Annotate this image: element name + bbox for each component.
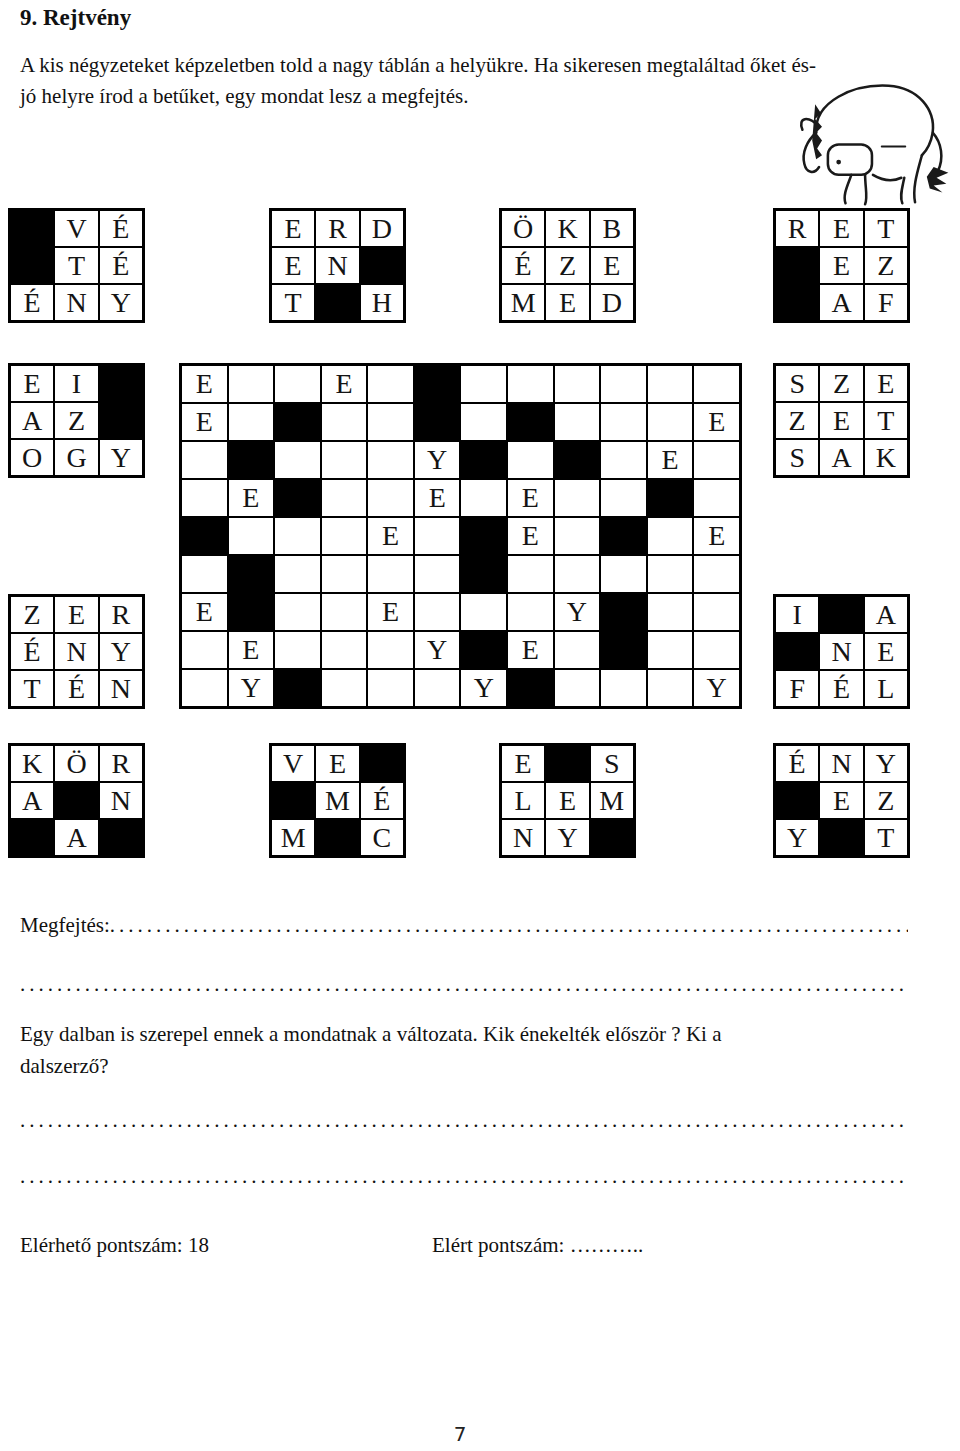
empty-cell (555, 670, 600, 706)
black-cell (591, 820, 633, 855)
empty-cell (648, 556, 693, 592)
letter-cell: R (100, 746, 142, 781)
black-cell (415, 404, 460, 440)
empty-cell (275, 518, 320, 554)
empty-cell (461, 366, 506, 402)
empty-cell (508, 366, 553, 402)
letter-cell: É (55, 671, 97, 706)
letter-cell: F (776, 671, 818, 706)
letter-cell: T (55, 248, 97, 283)
score-row: Elérhető pontszám: 18 Elért pontszám: ……… (20, 1233, 940, 1258)
letter-cell: T (865, 211, 907, 246)
empty-cell (461, 594, 506, 630)
letter-cell: Z (865, 783, 907, 818)
black-cell (601, 632, 646, 668)
letter-cell: A (11, 403, 53, 438)
black-cell (601, 518, 646, 554)
black-cell (555, 442, 600, 478)
empty-cell (694, 594, 739, 630)
letter-cell: S (591, 746, 633, 781)
piece-grid-2: ERDENTH (269, 208, 406, 323)
empty-cell (322, 556, 367, 592)
letter-cell: N (55, 634, 97, 669)
letter-cell: É (820, 671, 862, 706)
letter-cell: E (229, 632, 274, 668)
piece-grid-1: VÉTÉÉNY (8, 208, 145, 323)
empty-cell (322, 480, 367, 516)
letter-cell: N (100, 783, 142, 818)
letter-cell: Y (865, 746, 907, 781)
letter-cell: N (502, 820, 544, 855)
letter-cell: E (546, 783, 588, 818)
letter-cell: D (591, 285, 633, 320)
letter-cell: T (11, 671, 53, 706)
letter-cell: A (865, 597, 907, 632)
achieved-score-label: Elért pontszám: (432, 1233, 564, 1257)
empty-cell (694, 442, 739, 478)
letter-cell: T (865, 403, 907, 438)
empty-cell (648, 404, 693, 440)
letter-cell: Y (229, 670, 274, 706)
black-cell (415, 366, 460, 402)
solution-dotted-line-2: ........................................… (20, 972, 908, 997)
black-cell (508, 404, 553, 440)
letter-cell: N (100, 671, 142, 706)
piece-grid-8: IANEFÉL (773, 594, 910, 709)
letter-cell: T (272, 285, 314, 320)
letter-cell: O (11, 440, 53, 475)
letter-cell: A (820, 440, 862, 475)
question-line1: Egy dalban is szerepel ennek a mondatnak… (20, 1018, 920, 1050)
solution-dotted-line: ........................................… (110, 913, 908, 938)
letter-cell: L (502, 783, 544, 818)
black-cell (776, 248, 818, 283)
letter-cell: E (820, 403, 862, 438)
piece-grid-11: ESLEMNY (499, 743, 636, 858)
empty-cell (368, 404, 413, 440)
letter-cell: R (776, 211, 818, 246)
piece-grid-4: RETEZAF (773, 208, 910, 323)
empty-cell (322, 442, 367, 478)
question-text: Egy dalban is szerepel ennek a mondatnak… (20, 1018, 920, 1082)
black-cell (275, 670, 320, 706)
letter-cell: L (865, 671, 907, 706)
letter-cell: É (100, 211, 142, 246)
letter-cell: Z (546, 248, 588, 283)
letter-cell: E (546, 285, 588, 320)
letter-cell: A (11, 783, 53, 818)
empty-cell (415, 594, 460, 630)
piece-grid-10: VEMÉMC (269, 743, 406, 858)
empty-cell (415, 670, 460, 706)
letter-cell: Y (100, 440, 142, 475)
letter-cell: Y (100, 285, 142, 320)
letter-cell: V (272, 746, 314, 781)
letter-cell: E (322, 366, 367, 402)
piece-grid-3: ÖKBÉZEMED (499, 208, 636, 323)
letter-cell: H (361, 285, 403, 320)
letter-cell: Y (694, 670, 739, 706)
letter-cell: Y (555, 594, 600, 630)
empty-cell (275, 442, 320, 478)
black-cell (100, 403, 142, 438)
letter-cell: M (591, 783, 633, 818)
empty-cell (555, 556, 600, 592)
letter-cell: K (865, 440, 907, 475)
piece-grid-12: ÉNYEZYT (773, 743, 910, 858)
letter-cell: E (502, 746, 544, 781)
black-cell (275, 480, 320, 516)
empty-cell (182, 632, 227, 668)
empty-cell (322, 518, 367, 554)
letter-cell: Y (100, 634, 142, 669)
black-cell (776, 634, 818, 669)
empty-cell (275, 594, 320, 630)
empty-cell (368, 556, 413, 592)
black-cell (461, 442, 506, 478)
letter-cell: R (316, 211, 358, 246)
letter-cell: E (368, 594, 413, 630)
letter-cell: Y (415, 632, 460, 668)
letter-cell: Y (546, 820, 588, 855)
letter-cell: N (820, 746, 862, 781)
letter-cell: N (820, 634, 862, 669)
empty-cell (368, 480, 413, 516)
black-cell (776, 783, 818, 818)
letter-cell: É (361, 783, 403, 818)
empty-cell (648, 670, 693, 706)
empty-cell (648, 632, 693, 668)
letter-cell: E (11, 366, 53, 401)
black-cell (461, 556, 506, 592)
black-cell (100, 820, 142, 855)
letter-cell: E (272, 248, 314, 283)
letter-cell: E (508, 480, 553, 516)
letter-cell: É (776, 746, 818, 781)
letter-cell: E (272, 211, 314, 246)
black-cell (361, 248, 403, 283)
letter-cell: Y (776, 820, 818, 855)
eeyore-illustration (786, 72, 954, 214)
black-cell (11, 211, 53, 246)
black-cell (229, 594, 274, 630)
empty-cell (461, 404, 506, 440)
letter-cell: E (820, 248, 862, 283)
black-cell (776, 285, 818, 320)
empty-cell (648, 366, 693, 402)
empty-cell (415, 518, 460, 554)
answer-dotted-line-2: ........................................… (20, 1164, 908, 1189)
empty-cell (601, 556, 646, 592)
empty-cell (508, 594, 553, 630)
empty-cell (275, 366, 320, 402)
letter-cell: Z (55, 403, 97, 438)
letter-cell: Y (415, 442, 460, 478)
empty-cell (694, 632, 739, 668)
empty-cell (555, 480, 600, 516)
empty-cell (182, 480, 227, 516)
black-cell (601, 594, 646, 630)
letter-cell: E (648, 442, 693, 478)
black-cell (461, 632, 506, 668)
black-cell (272, 783, 314, 818)
letter-cell: Ö (502, 211, 544, 246)
letter-cell: C (361, 820, 403, 855)
letter-cell: E (508, 518, 553, 554)
letter-cell: T (865, 820, 907, 855)
empty-cell (229, 404, 274, 440)
black-cell (820, 597, 862, 632)
max-score-label: Elérhető pontszám: (20, 1233, 183, 1257)
black-cell (316, 820, 358, 855)
letter-cell: M (502, 285, 544, 320)
empty-cell (182, 442, 227, 478)
letter-cell: Z (865, 248, 907, 283)
question-line2: dalszerző? (20, 1050, 920, 1082)
letter-cell: É (502, 248, 544, 283)
letter-cell: E (229, 480, 274, 516)
empty-cell (322, 594, 367, 630)
solution-line: Megfejtés:..............................… (20, 913, 908, 938)
letter-cell: M (316, 783, 358, 818)
empty-cell (601, 670, 646, 706)
empty-cell (368, 442, 413, 478)
empty-cell (322, 632, 367, 668)
empty-cell (368, 366, 413, 402)
empty-cell (508, 442, 553, 478)
empty-cell (648, 518, 693, 554)
letter-cell: F (865, 285, 907, 320)
empty-cell (275, 556, 320, 592)
letter-cell: Z (11, 597, 53, 632)
empty-cell (694, 366, 739, 402)
empty-cell (601, 366, 646, 402)
empty-cell (368, 632, 413, 668)
black-cell (229, 556, 274, 592)
letter-cell: I (55, 366, 97, 401)
letter-cell: R (100, 597, 142, 632)
empty-cell (555, 518, 600, 554)
letter-cell: E (55, 597, 97, 632)
black-cell (648, 480, 693, 516)
letter-cell: K (11, 746, 53, 781)
letter-cell: E (820, 211, 862, 246)
letter-cell: E (820, 783, 862, 818)
empty-cell (368, 670, 413, 706)
empty-cell (555, 632, 600, 668)
empty-cell (601, 480, 646, 516)
piece-grid-6: SZEZETSAK (773, 363, 910, 478)
empty-cell (694, 556, 739, 592)
letter-cell: A (55, 820, 97, 855)
empty-cell (182, 670, 227, 706)
letter-cell: E (694, 518, 739, 554)
letter-cell: S (776, 366, 818, 401)
black-cell (275, 404, 320, 440)
letter-cell: É (11, 634, 53, 669)
letter-cell: M (272, 820, 314, 855)
letter-cell: N (316, 248, 358, 283)
letter-cell: B (591, 211, 633, 246)
page-number: 7 (0, 1422, 920, 1446)
black-cell (11, 248, 53, 283)
letter-cell: D (361, 211, 403, 246)
letter-cell: V (55, 211, 97, 246)
black-cell (508, 670, 553, 706)
empty-cell (461, 480, 506, 516)
piece-grid-9: KÖRANA (8, 743, 145, 858)
empty-cell (694, 480, 739, 516)
letter-cell: E (182, 404, 227, 440)
letter-cell: E (865, 634, 907, 669)
answer-dotted-line-1: ........................................… (20, 1108, 908, 1133)
letter-cell: E (865, 366, 907, 401)
empty-cell (275, 632, 320, 668)
black-cell (100, 366, 142, 401)
max-score-value: 18 (188, 1233, 209, 1257)
page-title: 9. Rejtvény (20, 5, 131, 31)
empty-cell (601, 404, 646, 440)
letter-cell: E (694, 404, 739, 440)
letter-cell: É (11, 285, 53, 320)
letter-cell: Z (820, 366, 862, 401)
empty-cell (229, 518, 274, 554)
letter-cell: A (820, 285, 862, 320)
letter-cell: Ö (55, 746, 97, 781)
letter-cell: E (182, 366, 227, 402)
letter-cell: K (546, 211, 588, 246)
empty-cell (508, 556, 553, 592)
empty-cell (601, 442, 646, 478)
empty-cell (182, 556, 227, 592)
empty-cell (555, 404, 600, 440)
piece-grid-7: ZERÉNYTÉN (8, 594, 145, 709)
letter-cell: E (182, 594, 227, 630)
achieved-score-dots: ……….. (570, 1233, 644, 1257)
letter-cell: S (776, 440, 818, 475)
worksheet-page: 9. Rejtvény A kis négyzeteket képzeletbe… (0, 0, 960, 1451)
black-cell (316, 285, 358, 320)
letter-cell: G (55, 440, 97, 475)
main-board: EEEEYEEEEEEEEEYEYEYYY (179, 363, 742, 709)
black-cell (546, 746, 588, 781)
empty-cell (648, 594, 693, 630)
empty-cell (555, 366, 600, 402)
piece-grid-5: EIAZOGY (8, 363, 145, 478)
letter-cell: Y (461, 670, 506, 706)
letter-cell: Z (776, 403, 818, 438)
black-cell (229, 442, 274, 478)
black-cell (361, 746, 403, 781)
letter-cell: E (316, 746, 358, 781)
letter-cell: E (415, 480, 460, 516)
letter-cell: E (591, 248, 633, 283)
black-cell (11, 820, 53, 855)
letter-cell: E (368, 518, 413, 554)
empty-cell (229, 366, 274, 402)
black-cell (461, 518, 506, 554)
empty-cell (415, 556, 460, 592)
empty-cell (322, 670, 367, 706)
letter-cell: N (55, 285, 97, 320)
letter-cell: E (508, 632, 553, 668)
letter-cell: I (776, 597, 818, 632)
black-cell (820, 820, 862, 855)
letter-cell: É (100, 248, 142, 283)
black-cell (55, 783, 97, 818)
empty-cell (322, 404, 367, 440)
solution-label: Megfejtés: (20, 913, 110, 938)
black-cell (182, 518, 227, 554)
